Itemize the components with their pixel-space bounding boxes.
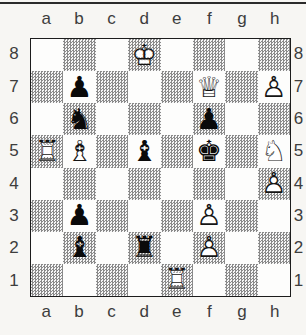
square-h5: ♞♘ (258, 135, 290, 167)
square-d3 (128, 200, 160, 232)
chess-board: ♚♔♟♛♕♟♙♞♟♜♖♝♗♝♚♞♘♟♙♟♟♙♝♜♟♙♜♖ (30, 38, 291, 297)
rank-label-left-5: 5 (2, 135, 26, 167)
piece-bB-d5: ♝ (128, 135, 160, 167)
square-d7 (128, 71, 160, 103)
piece-wP-h4: ♟♙ (258, 168, 290, 200)
rank-label-right-8: 8 (291, 38, 306, 70)
piece-bR-d2: ♜ (128, 232, 160, 264)
square-e6 (161, 103, 193, 135)
square-e8 (161, 39, 193, 71)
square-h8 (258, 39, 290, 71)
piece-outline-layer: ♔ (128, 39, 160, 71)
piece-wP-f2: ♟♙ (193, 232, 225, 264)
file-label-top-g: g (226, 6, 259, 32)
rank-label-right-2: 2 (291, 232, 306, 264)
square-e3 (161, 200, 193, 232)
file-label-top-a: a (30, 6, 63, 32)
square-c5 (96, 135, 128, 167)
piece-outline-layer: ♖ (31, 135, 63, 167)
rank-label-right-3: 3 (291, 200, 306, 232)
square-e4 (161, 168, 193, 200)
square-e7 (161, 71, 193, 103)
square-g5 (225, 135, 257, 167)
square-b1 (63, 264, 95, 296)
square-a5: ♜♖ (31, 135, 63, 167)
file-label-bottom-e: e (161, 299, 194, 325)
square-e2 (161, 232, 193, 264)
piece-wK-d8: ♚♔ (128, 39, 160, 71)
square-a3 (31, 200, 63, 232)
square-f7: ♛♕ (193, 71, 225, 103)
file-label-top-c: c (95, 6, 128, 32)
file-label-top-f: f (193, 6, 226, 32)
square-d8: ♚♔ (128, 39, 160, 71)
square-g6 (225, 103, 257, 135)
piece-outline-layer: ♙ (193, 200, 225, 232)
rank-label-left-8: 8 (2, 38, 26, 70)
square-b2: ♝ (63, 232, 95, 264)
rank-label-right-5: 5 (291, 135, 306, 167)
rank-label-left-3: 3 (2, 200, 26, 232)
square-a8 (31, 39, 63, 71)
square-g4 (225, 168, 257, 200)
rank-labels-right: 87654321 (291, 38, 306, 297)
square-f4 (193, 168, 225, 200)
file-labels-bottom: abcdefgh (30, 299, 291, 325)
square-g8 (225, 39, 257, 71)
rank-label-left-1: 1 (2, 265, 26, 297)
square-a7 (31, 71, 63, 103)
square-f6: ♟ (193, 103, 225, 135)
square-c7 (96, 71, 128, 103)
square-d6 (128, 103, 160, 135)
square-f1 (193, 264, 225, 296)
square-f3: ♟♙ (193, 200, 225, 232)
rank-label-right-1: 1 (291, 265, 306, 297)
square-e5 (161, 135, 193, 167)
square-c4 (96, 168, 128, 200)
square-c6 (96, 103, 128, 135)
piece-outline-layer: ♙ (193, 232, 225, 264)
square-h7: ♟♙ (258, 71, 290, 103)
rank-label-left-7: 7 (2, 70, 26, 102)
square-d5: ♝ (128, 135, 160, 167)
piece-wR-a5: ♜♖ (31, 135, 63, 167)
square-h1 (258, 264, 290, 296)
chess-diagram-page: abcdefgh 87654321 ♚♔♟♛♕♟♙♞♟♜♖♝♗♝♚♞♘♟♙♟♟♙… (0, 0, 306, 335)
rank-labels-left: 87654321 (2, 38, 26, 297)
square-b5: ♝♗ (63, 135, 95, 167)
piece-bP-b7: ♟ (63, 71, 95, 103)
rank-label-right-6: 6 (291, 103, 306, 135)
square-c1 (96, 264, 128, 296)
square-b6: ♞ (63, 103, 95, 135)
rank-label-right-4: 4 (291, 168, 306, 200)
file-labels-top: abcdefgh (30, 6, 291, 32)
page-rule-divider (0, 2, 306, 4)
square-h3 (258, 200, 290, 232)
file-label-bottom-a: a (30, 299, 63, 325)
square-a2 (31, 232, 63, 264)
square-d4 (128, 168, 160, 200)
square-f8 (193, 39, 225, 71)
piece-wN-h5: ♞♘ (258, 135, 290, 167)
square-d2: ♜ (128, 232, 160, 264)
piece-bK-f5: ♚ (193, 135, 225, 167)
file-label-top-e: e (161, 6, 194, 32)
square-b3: ♟ (63, 200, 95, 232)
piece-bP-b3: ♟ (63, 200, 95, 232)
piece-wP-f3: ♟♙ (193, 200, 225, 232)
file-label-bottom-h: h (258, 299, 291, 325)
piece-wQ-f7: ♛♕ (193, 71, 225, 103)
square-a1 (31, 264, 63, 296)
square-c3 (96, 200, 128, 232)
square-a6 (31, 103, 63, 135)
rank-label-right-7: 7 (291, 70, 306, 102)
square-e1: ♜♖ (161, 264, 193, 296)
square-g7 (225, 71, 257, 103)
square-c2 (96, 232, 128, 264)
piece-outline-layer: ♙ (258, 71, 290, 103)
square-d1 (128, 264, 160, 296)
file-label-bottom-c: c (95, 299, 128, 325)
square-b8 (63, 39, 95, 71)
file-label-top-b: b (63, 6, 96, 32)
file-label-bottom-d: d (128, 299, 161, 325)
rank-label-left-6: 6 (2, 103, 26, 135)
square-h2 (258, 232, 290, 264)
piece-wP-h7: ♟♙ (258, 71, 290, 103)
piece-outline-layer: ♗ (63, 135, 95, 167)
square-g3 (225, 200, 257, 232)
file-label-top-d: d (128, 6, 161, 32)
square-h4: ♟♙ (258, 168, 290, 200)
file-label-bottom-b: b (63, 299, 96, 325)
square-b7: ♟ (63, 71, 95, 103)
rank-label-left-2: 2 (2, 232, 26, 264)
file-label-top-h: h (258, 6, 291, 32)
piece-bP-f6: ♟ (193, 103, 225, 135)
square-f2: ♟♙ (193, 232, 225, 264)
square-f5: ♚ (193, 135, 225, 167)
square-g1 (225, 264, 257, 296)
rank-label-left-4: 4 (2, 168, 26, 200)
square-c8 (96, 39, 128, 71)
piece-bB-b2: ♝ (63, 232, 95, 264)
piece-outline-layer: ♘ (258, 135, 290, 167)
square-h6 (258, 103, 290, 135)
square-a4 (31, 168, 63, 200)
square-g2 (225, 232, 257, 264)
square-b4 (63, 168, 95, 200)
piece-outline-layer: ♖ (161, 264, 193, 296)
file-label-bottom-f: f (193, 299, 226, 325)
piece-wR-e1: ♜♖ (161, 264, 193, 296)
piece-wB-b5: ♝♗ (63, 135, 95, 167)
piece-outline-layer: ♙ (258, 168, 290, 200)
file-label-bottom-g: g (226, 299, 259, 325)
piece-bN-b6: ♞ (63, 103, 95, 135)
piece-outline-layer: ♕ (193, 71, 225, 103)
